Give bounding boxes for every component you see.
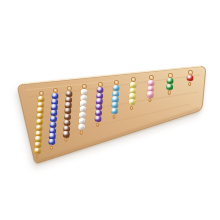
bead-golden: [36, 118, 43, 125]
bead-bar-9: [47, 88, 58, 150]
wire-end-hook-icon: [95, 122, 99, 126]
hanger-hook-icon: [82, 83, 86, 88]
bead-bar-2: [165, 72, 173, 94]
bead-bar-4: [127, 77, 136, 111]
bead-white: [78, 123, 85, 130]
bead-brown: [62, 131, 69, 138]
wire-end-hook-icon: [34, 154, 38, 158]
bead-dark-blue: [48, 139, 55, 146]
bead-white: [79, 111, 86, 118]
bead-light-blue: [111, 107, 118, 114]
wire-end-hook-icon: [112, 114, 116, 118]
bead-brown: [64, 113, 71, 120]
bead-pink: [147, 79, 154, 86]
wire-end-hook-icon: [129, 106, 133, 110]
bead-bar-1: [186, 70, 194, 86]
wire-end-hook-icon: [187, 81, 191, 85]
hanger-hook-icon: [168, 72, 172, 77]
bead-white: [78, 117, 85, 124]
wire-end-hook-icon: [167, 90, 171, 94]
bead-pale-yellow: [128, 99, 135, 106]
bead-violet: [95, 109, 102, 116]
bead-brown: [65, 90, 72, 97]
hanger-hook-icon: [67, 85, 71, 90]
bead-light-blue: [112, 84, 119, 91]
bead-green: [166, 83, 173, 90]
bead-bar-3: [146, 74, 155, 102]
bead-bar-8: [62, 85, 73, 142]
bead-bar-10: [33, 90, 45, 158]
wire-end-hook-icon: [79, 130, 83, 134]
bead-red: [186, 75, 193, 82]
hanger-hook-icon: [39, 90, 43, 95]
bead-golden: [37, 95, 44, 102]
hanger-hook-icon: [149, 74, 153, 79]
hanger-hook-icon: [114, 79, 118, 84]
bead-violet: [94, 115, 101, 122]
wire-end-hook-icon: [49, 146, 53, 150]
bead-golden: [35, 124, 42, 131]
bead-bars: [0, 0, 220, 220]
bead-white: [80, 88, 87, 95]
wire-end-hook-icon: [147, 97, 151, 101]
bead-bar-7: [77, 83, 88, 134]
bead-green: [166, 77, 173, 84]
bead-brown: [63, 119, 70, 126]
wire-end-hook-icon: [63, 137, 67, 141]
bead-violet: [96, 86, 103, 93]
hanger-hook-icon: [98, 81, 102, 86]
bead-bar-6: [94, 81, 104, 126]
bead-pink: [146, 91, 153, 98]
product-photo-scene: [0, 0, 220, 220]
bead-golden: [34, 147, 41, 154]
bead-bar-5: [110, 79, 120, 118]
